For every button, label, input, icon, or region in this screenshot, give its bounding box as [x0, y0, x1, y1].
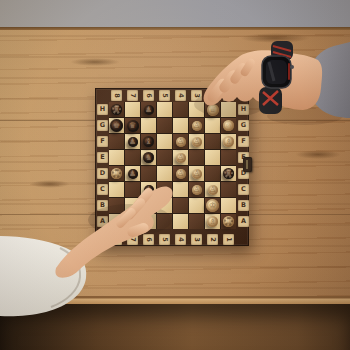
smartwatch-band-lower — [259, 87, 282, 114]
left-sleeve — [0, 236, 86, 316]
smartwatch-crown — [290, 65, 294, 69]
smartwatch-accent-edge — [288, 63, 290, 80]
chess-photo-scene: 8877665544332211HHGGFFEEDDCCBBAA ♜♚♛♟♟♝♞… — [0, 0, 350, 350]
players-arms — [0, 0, 350, 350]
